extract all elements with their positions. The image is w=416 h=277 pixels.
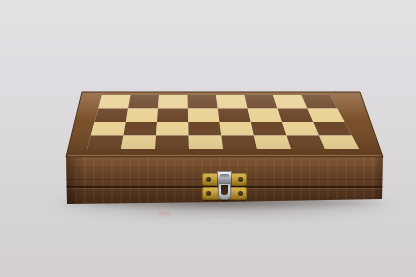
screw-hole — [238, 191, 243, 196]
screw-hole — [238, 177, 243, 182]
screw-hole — [206, 177, 211, 182]
latch-clasp-loop — [218, 183, 231, 200]
chessboard-lid — [0, 0, 416, 277]
photo-stage — [0, 0, 416, 277]
latch — [202, 171, 247, 202]
lid-sheen — [66, 92, 383, 157]
screw-hole — [206, 191, 211, 196]
